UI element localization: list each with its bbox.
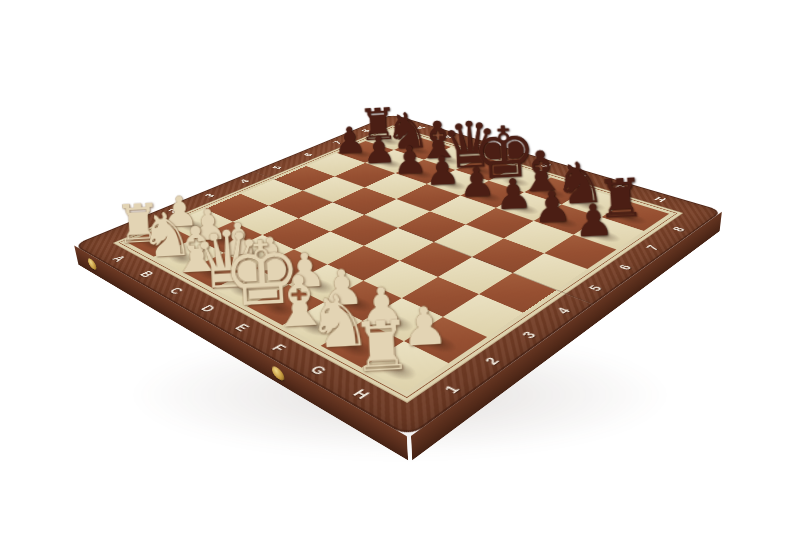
brass-clasp [87,257,97,271]
black-pawn-glyph: ♟ [532,186,572,228]
black-pawn-glyph: ♟ [458,163,496,203]
product-photo-scene: ABCDEFGH ABCDEFGH 12345678 12345678 ♜♞♝♛… [0,0,800,533]
black-pawn-glyph: ♟ [573,199,615,243]
black-pawn-glyph: ♟ [494,174,533,215]
white-rook-glyph: ♜ [350,314,414,381]
black-pawn-glyph: ♟ [392,142,428,180]
brass-clasp [271,364,284,382]
black-pawn-glyph: ♟ [362,132,397,169]
black-pawn-glyph: ♟ [424,152,461,191]
